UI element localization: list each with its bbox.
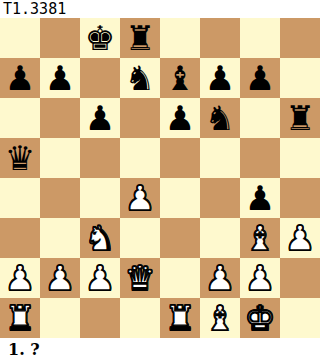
black-king[interactable]: ♚ xyxy=(85,18,115,58)
square-h1[interactable] xyxy=(280,298,320,338)
square-f4[interactable] xyxy=(200,178,240,218)
square-b6[interactable] xyxy=(40,98,80,138)
white-pawn[interactable]: ♟ xyxy=(285,218,315,258)
square-g7[interactable]: ♟ xyxy=(240,58,280,98)
black-queen[interactable]: ♛ xyxy=(5,138,35,178)
black-pawn[interactable]: ♟ xyxy=(5,58,35,98)
square-c6[interactable]: ♟ xyxy=(80,98,120,138)
white-king[interactable]: ♚ xyxy=(245,298,275,338)
white-pawn[interactable]: ♟ xyxy=(85,258,115,298)
square-d1[interactable] xyxy=(120,298,160,338)
black-knight[interactable]: ♞ xyxy=(205,98,235,138)
square-a5[interactable]: ♛ xyxy=(0,138,40,178)
black-pawn[interactable]: ♟ xyxy=(165,98,195,138)
black-pawn[interactable]: ♟ xyxy=(245,58,275,98)
square-f6[interactable]: ♞ xyxy=(200,98,240,138)
square-a1[interactable]: ♜ xyxy=(0,298,40,338)
square-b4[interactable] xyxy=(40,178,80,218)
square-a7[interactable]: ♟ xyxy=(0,58,40,98)
square-b5[interactable] xyxy=(40,138,80,178)
square-d8[interactable]: ♜ xyxy=(120,18,160,58)
square-a2[interactable]: ♟ xyxy=(0,258,40,298)
square-c2[interactable]: ♟ xyxy=(80,258,120,298)
square-d3[interactable] xyxy=(120,218,160,258)
square-d6[interactable] xyxy=(120,98,160,138)
square-b3[interactable] xyxy=(40,218,80,258)
square-h2[interactable] xyxy=(280,258,320,298)
white-pawn[interactable]: ♟ xyxy=(5,258,35,298)
square-c8[interactable]: ♚ xyxy=(80,18,120,58)
square-g1[interactable]: ♚ xyxy=(240,298,280,338)
square-b8[interactable] xyxy=(40,18,80,58)
white-pawn[interactable]: ♟ xyxy=(245,258,275,298)
square-c7[interactable] xyxy=(80,58,120,98)
puzzle-id: T1.3381 xyxy=(3,0,66,18)
square-e7[interactable]: ♝ xyxy=(160,58,200,98)
square-d2[interactable]: ♛ xyxy=(120,258,160,298)
square-g6[interactable] xyxy=(240,98,280,138)
square-d4[interactable]: ♟ xyxy=(120,178,160,218)
title-bar: T1.3381 xyxy=(0,0,320,18)
move-prompt: 1. ? xyxy=(8,340,40,359)
square-f3[interactable] xyxy=(200,218,240,258)
white-rook[interactable]: ♜ xyxy=(5,298,35,338)
square-a4[interactable] xyxy=(0,178,40,218)
chess-board: ♚♜♟♟♞♝♟♟♟♟♞♜♛♟♟♞♝♟♟♟♟♛♟♟♜♜♝♚ xyxy=(0,18,320,338)
square-h4[interactable] xyxy=(280,178,320,218)
black-rook[interactable]: ♜ xyxy=(285,98,315,138)
square-f7[interactable]: ♟ xyxy=(200,58,240,98)
square-d7[interactable]: ♞ xyxy=(120,58,160,98)
square-e6[interactable]: ♟ xyxy=(160,98,200,138)
square-b2[interactable]: ♟ xyxy=(40,258,80,298)
square-c1[interactable] xyxy=(80,298,120,338)
square-h5[interactable] xyxy=(280,138,320,178)
square-c5[interactable] xyxy=(80,138,120,178)
square-e1[interactable]: ♜ xyxy=(160,298,200,338)
black-knight[interactable]: ♞ xyxy=(125,58,155,98)
square-g3[interactable]: ♝ xyxy=(240,218,280,258)
square-g4[interactable]: ♟ xyxy=(240,178,280,218)
white-rook[interactable]: ♜ xyxy=(165,298,195,338)
square-h6[interactable]: ♜ xyxy=(280,98,320,138)
black-pawn[interactable]: ♟ xyxy=(205,58,235,98)
white-queen[interactable]: ♛ xyxy=(125,258,155,298)
square-h8[interactable] xyxy=(280,18,320,58)
square-f2[interactable]: ♟ xyxy=(200,258,240,298)
white-pawn[interactable]: ♟ xyxy=(125,178,155,218)
square-e3[interactable] xyxy=(160,218,200,258)
white-pawn[interactable]: ♟ xyxy=(45,258,75,298)
square-a6[interactable] xyxy=(0,98,40,138)
square-d5[interactable] xyxy=(120,138,160,178)
square-f8[interactable] xyxy=(200,18,240,58)
square-e2[interactable] xyxy=(160,258,200,298)
square-b1[interactable] xyxy=(40,298,80,338)
square-e5[interactable] xyxy=(160,138,200,178)
black-bishop[interactable]: ♝ xyxy=(165,58,195,98)
square-e8[interactable] xyxy=(160,18,200,58)
black-pawn[interactable]: ♟ xyxy=(45,58,75,98)
white-bishop[interactable]: ♝ xyxy=(205,298,235,338)
black-rook[interactable]: ♜ xyxy=(125,18,155,58)
square-a3[interactable] xyxy=(0,218,40,258)
white-bishop[interactable]: ♝ xyxy=(245,218,275,258)
white-pawn[interactable]: ♟ xyxy=(205,258,235,298)
square-f5[interactable] xyxy=(200,138,240,178)
black-pawn[interactable]: ♟ xyxy=(245,178,275,218)
chess-puzzle-app: T1.3381 ♚♜♟♟♞♝♟♟♟♟♞♜♛♟♟♞♝♟♟♟♟♛♟♟♜♜♝♚ 1. … xyxy=(0,0,320,360)
square-c4[interactable] xyxy=(80,178,120,218)
square-f1[interactable]: ♝ xyxy=(200,298,240,338)
square-b7[interactable]: ♟ xyxy=(40,58,80,98)
black-pawn[interactable]: ♟ xyxy=(85,98,115,138)
square-g5[interactable] xyxy=(240,138,280,178)
square-h7[interactable] xyxy=(280,58,320,98)
square-c3[interactable]: ♞ xyxy=(80,218,120,258)
square-g8[interactable] xyxy=(240,18,280,58)
square-h3[interactable]: ♟ xyxy=(280,218,320,258)
square-g2[interactable]: ♟ xyxy=(240,258,280,298)
square-a8[interactable] xyxy=(0,18,40,58)
footer: 1. ? xyxy=(0,338,320,360)
square-e4[interactable] xyxy=(160,178,200,218)
white-knight[interactable]: ♞ xyxy=(85,218,115,258)
